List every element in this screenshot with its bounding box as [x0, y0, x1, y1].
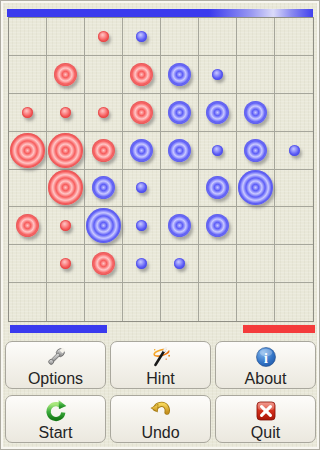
board-cell[interactable]: [237, 94, 275, 132]
blue-piece-medium: [168, 214, 191, 237]
board-cell[interactable]: [161, 18, 199, 56]
board-cell[interactable]: [47, 18, 85, 56]
board-cell[interactable]: [123, 207, 161, 245]
board-cell[interactable]: [161, 56, 199, 94]
red-piece-medium: [54, 63, 77, 86]
magic-wand-icon: [148, 345, 174, 369]
board-cell[interactable]: [275, 94, 313, 132]
board-cell[interactable]: [237, 283, 275, 321]
board-cell[interactable]: [9, 18, 47, 56]
board-cell[interactable]: [275, 170, 313, 208]
quit-button[interactable]: Quit: [215, 395, 316, 443]
red-piece-small: [22, 107, 33, 118]
board-cell[interactable]: [237, 132, 275, 170]
red-piece-small: [60, 107, 71, 118]
board-cell[interactable]: [123, 245, 161, 283]
red-piece-medium: [130, 101, 153, 124]
quit-x-icon: [253, 399, 279, 423]
game-board: [8, 17, 314, 322]
board-cell[interactable]: [161, 283, 199, 321]
blue-piece-medium: [244, 101, 267, 124]
board-cell[interactable]: [275, 56, 313, 94]
board-cell[interactable]: [275, 207, 313, 245]
blue-piece-medium: [244, 139, 267, 162]
hint-button[interactable]: Hint: [110, 341, 211, 389]
red-piece-large: [48, 170, 83, 205]
wrench-icon: [43, 345, 69, 369]
board-cell[interactable]: [9, 56, 47, 94]
blue-score-bar: [10, 325, 107, 333]
blue-piece-small: [136, 258, 147, 269]
undo-button[interactable]: Undo: [110, 395, 211, 443]
restart-icon: [43, 399, 69, 423]
board-cell[interactable]: [9, 207, 47, 245]
board-cell[interactable]: [47, 170, 85, 208]
board-cell[interactable]: [47, 283, 85, 321]
board-cell[interactable]: [199, 207, 237, 245]
board-cell[interactable]: [9, 283, 47, 321]
hint-button-label: Hint: [146, 369, 174, 388]
board-cell[interactable]: [275, 18, 313, 56]
game-window: Options Hint i: [0, 0, 320, 450]
board-cell[interactable]: [161, 94, 199, 132]
board-cell[interactable]: [9, 132, 47, 170]
board-cell[interactable]: [85, 283, 123, 321]
about-button-label: About: [245, 369, 287, 388]
board-cell[interactable]: [85, 56, 123, 94]
board-cell[interactable]: [199, 132, 237, 170]
board-cell[interactable]: [123, 132, 161, 170]
board-cell[interactable]: [237, 170, 275, 208]
board-cell[interactable]: [47, 56, 85, 94]
board-cell[interactable]: [9, 170, 47, 208]
board-cell[interactable]: [123, 56, 161, 94]
board-cell[interactable]: [199, 245, 237, 283]
options-button[interactable]: Options: [5, 341, 106, 389]
red-piece-small: [98, 107, 109, 118]
red-piece-large: [10, 133, 45, 168]
board-cell[interactable]: [237, 56, 275, 94]
red-piece-medium: [92, 252, 115, 275]
board-cell[interactable]: [199, 170, 237, 208]
blue-piece-small: [212, 145, 223, 156]
blue-piece-medium: [206, 101, 229, 124]
quit-button-label: Quit: [251, 423, 280, 442]
turn-progress-bar: [7, 9, 313, 17]
blue-piece-small: [212, 69, 223, 80]
blue-piece-small: [136, 220, 147, 231]
board-cell[interactable]: [237, 18, 275, 56]
board-cell[interactable]: [9, 245, 47, 283]
board-cell[interactable]: [275, 283, 313, 321]
red-piece-small: [60, 258, 71, 269]
board-cell[interactable]: [85, 18, 123, 56]
undo-arrow-icon: [148, 399, 174, 423]
board-cell[interactable]: [123, 18, 161, 56]
board-cell[interactable]: [47, 245, 85, 283]
blue-piece-small: [136, 31, 147, 42]
board-cell[interactable]: [161, 170, 199, 208]
board-cell[interactable]: [161, 132, 199, 170]
board-cell[interactable]: [161, 245, 199, 283]
board-cell[interactable]: [123, 94, 161, 132]
board-cell[interactable]: [199, 94, 237, 132]
board-cell[interactable]: [85, 132, 123, 170]
board-cell[interactable]: [199, 283, 237, 321]
blue-piece-small: [136, 182, 147, 193]
options-button-label: Options: [28, 369, 83, 388]
board-cell[interactable]: [85, 170, 123, 208]
board-cell[interactable]: [9, 94, 47, 132]
undo-button-label: Undo: [141, 423, 179, 442]
blue-piece-medium: [130, 139, 153, 162]
red-piece-large: [48, 133, 83, 168]
board-cell[interactable]: [123, 170, 161, 208]
board-cell[interactable]: [237, 245, 275, 283]
blue-piece-medium: [168, 101, 191, 124]
red-piece-medium: [130, 63, 153, 86]
board-cell[interactable]: [199, 18, 237, 56]
board-cell[interactable]: [47, 94, 85, 132]
board-cell[interactable]: [85, 245, 123, 283]
board-cell[interactable]: [85, 94, 123, 132]
board-cell[interactable]: [199, 56, 237, 94]
blue-piece-large: [238, 170, 273, 205]
blue-piece-small: [289, 145, 300, 156]
board-cell[interactable]: [47, 132, 85, 170]
blue-piece-medium: [206, 176, 229, 199]
blue-piece-medium: [168, 63, 191, 86]
start-button-label: Start: [39, 423, 73, 442]
board-cell[interactable]: [123, 283, 161, 321]
board-cell[interactable]: [237, 207, 275, 245]
start-button[interactable]: Start: [5, 395, 106, 443]
blue-piece-large: [86, 208, 121, 243]
board-cell[interactable]: [275, 132, 313, 170]
blue-piece-medium: [92, 176, 115, 199]
red-piece-medium: [16, 214, 39, 237]
board-cell[interactable]: [161, 207, 199, 245]
red-piece-small: [60, 220, 71, 231]
blue-piece-medium: [168, 139, 191, 162]
about-button[interactable]: i About: [215, 341, 316, 389]
blue-piece-small: [174, 258, 185, 269]
red-piece-medium: [92, 139, 115, 162]
board-cell[interactable]: [47, 207, 85, 245]
blue-piece-medium: [206, 214, 229, 237]
red-score-bar: [243, 325, 315, 333]
svg-text:i: i: [264, 351, 268, 366]
info-icon: i: [253, 345, 279, 369]
board-cell[interactable]: [85, 207, 123, 245]
red-piece-small: [98, 31, 109, 42]
board-cell[interactable]: [275, 245, 313, 283]
